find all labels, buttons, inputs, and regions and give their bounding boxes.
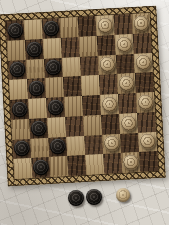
board-square[interactable] [12,138,31,159]
dark-piece[interactable] [47,99,64,116]
board-square[interactable] [27,78,46,99]
light-piece[interactable] [122,154,139,171]
light-piece[interactable] [133,15,150,32]
board-square[interactable] [83,115,102,136]
board-square[interactable] [84,134,103,155]
board-square[interactable] [100,94,119,115]
board-square[interactable] [44,58,63,79]
dark-piece[interactable] [32,159,49,176]
board-square[interactable] [64,96,83,117]
board-square[interactable] [81,75,100,96]
board-square[interactable] [116,54,135,75]
dark-piece[interactable] [13,140,30,157]
board-square[interactable] [118,93,137,114]
light-piece[interactable] [97,17,114,34]
board-square[interactable] [134,53,153,74]
checkers-board [0,6,166,187]
dark-piece-off-board[interactable] [86,189,102,205]
board-square[interactable] [136,92,155,113]
board-square[interactable] [117,73,136,94]
board-square[interactable] [31,157,50,178]
board-square[interactable] [62,57,81,78]
light-piece[interactable] [118,75,135,92]
board-square[interactable] [133,33,152,54]
board-square[interactable] [43,38,62,59]
board-square[interactable] [45,77,64,98]
dark-piece[interactable] [11,101,28,118]
board-square[interactable] [114,14,133,35]
board-square[interactable] [28,98,47,119]
board-square[interactable] [138,131,157,152]
board-square[interactable] [13,158,32,179]
light-piece[interactable] [139,133,156,150]
board-square[interactable] [121,152,140,173]
light-piece-off-board[interactable] [116,188,130,202]
light-piece[interactable] [137,94,154,111]
board-square[interactable] [42,18,61,39]
board-square[interactable] [46,97,65,118]
light-piece[interactable] [103,135,120,152]
board-square[interactable] [9,79,28,100]
dark-piece[interactable] [30,120,47,137]
board-square[interactable] [26,59,45,80]
dark-piece[interactable] [26,41,43,58]
board-square[interactable] [99,74,118,95]
dark-piece[interactable] [43,20,60,37]
light-piece[interactable] [99,56,116,73]
photo-background-marble [0,0,169,225]
board-square[interactable] [98,55,117,76]
board-square[interactable] [30,137,49,158]
board-square[interactable] [85,154,104,175]
board-square[interactable] [96,15,115,36]
board-square[interactable] [132,13,151,34]
board-square[interactable] [47,117,66,138]
board-square[interactable] [119,113,138,134]
board-square[interactable] [135,72,154,93]
board-square[interactable] [97,35,116,56]
light-piece[interactable] [101,96,118,113]
board-square[interactable] [8,60,27,81]
board-square[interactable] [115,34,134,55]
board-grid [6,13,159,179]
board-square[interactable] [102,133,121,154]
board-square[interactable] [63,76,82,97]
board-square[interactable] [6,20,25,41]
board-square[interactable] [7,40,26,61]
light-piece[interactable] [120,115,137,132]
board-square[interactable] [103,153,122,174]
board-square[interactable] [61,37,80,58]
board-square[interactable] [24,19,43,40]
light-piece[interactable] [116,36,133,53]
board-square[interactable] [67,155,86,176]
board-square[interactable] [66,135,85,156]
board-square[interactable] [29,118,48,139]
dark-piece[interactable] [9,62,26,79]
board-square[interactable] [82,95,101,116]
dark-piece[interactable] [28,80,45,97]
board-square[interactable] [10,99,29,120]
light-piece[interactable] [135,54,152,71]
board-square[interactable] [11,119,30,140]
board-square[interactable] [79,36,98,57]
board-square[interactable] [101,114,120,135]
board-square[interactable] [25,39,44,60]
board-square[interactable] [49,156,68,177]
dark-piece[interactable] [7,22,24,39]
board-square[interactable] [48,136,67,157]
board-square[interactable] [60,17,79,38]
board-square[interactable] [120,132,139,153]
dark-piece-off-board[interactable] [68,190,84,206]
board-square[interactable] [137,112,156,133]
dark-piece[interactable] [49,138,66,155]
board-square[interactable] [65,116,84,137]
dark-piece[interactable] [45,59,62,76]
board-square[interactable] [78,16,97,37]
board-square[interactable] [80,56,99,77]
board-square[interactable] [139,151,158,172]
